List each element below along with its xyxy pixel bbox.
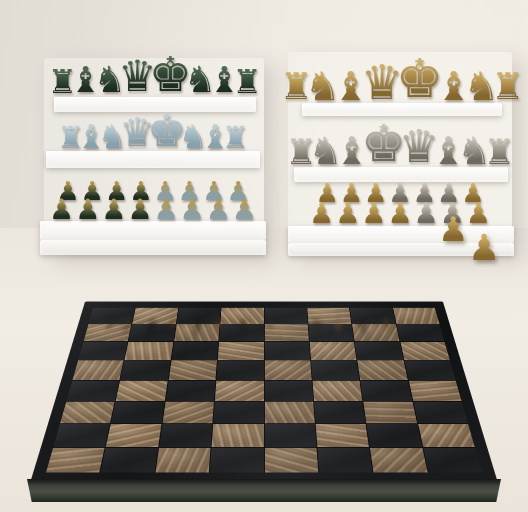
board-square-light[interactable] <box>307 308 351 324</box>
board-square-light[interactable] <box>264 401 314 423</box>
board-square-light[interactable] <box>162 401 214 423</box>
left-stand-dark-back-rank: ♜♝♞♛♚♞♝♜ <box>50 14 260 98</box>
piece-pewter-pawn[interactable]: ♟ <box>414 200 439 228</box>
piece-cycladic-dark-pawn[interactable]: ♟ <box>101 196 126 224</box>
board-square-dark[interactable] <box>111 401 164 423</box>
board-square-dark[interactable] <box>367 424 422 447</box>
board-square-light[interactable] <box>133 308 178 324</box>
board-square-light[interactable] <box>264 324 308 341</box>
board-side-edge <box>27 479 501 502</box>
board-square-dark[interactable] <box>121 361 171 380</box>
piece-brass-pawn[interactable]: ♟ <box>438 212 468 246</box>
board-square-light[interactable] <box>106 424 161 447</box>
board-grid <box>46 308 482 473</box>
board-square-dark[interactable] <box>89 308 136 324</box>
board-square-light[interactable] <box>358 361 408 380</box>
piece-cycladic-light-rook[interactable]: ♜ <box>222 123 249 153</box>
board-square-light[interactable] <box>116 380 168 400</box>
board-square-light[interactable] <box>370 448 427 473</box>
board-square-light[interactable] <box>264 448 318 473</box>
right-stand-pewter-back-rank: ♜♞♝♚♛♝♞♜ <box>292 96 508 170</box>
board-square-light[interactable] <box>418 424 475 447</box>
piece-pewter-rook[interactable]: ♜ <box>483 135 514 170</box>
board-square-dark[interactable] <box>171 342 218 360</box>
board-square-dark[interactable] <box>129 324 176 341</box>
board-square-dark[interactable] <box>423 448 482 473</box>
board-square-light[interactable] <box>352 324 399 341</box>
board-square-light[interactable] <box>73 361 124 380</box>
board-square-dark[interactable] <box>78 342 128 360</box>
piece-cycladic-dark-pawn[interactable]: ♟ <box>127 196 152 224</box>
piece-brass-pawn[interactable]: ♟ <box>309 200 334 228</box>
right-stand-brass-back-rank: ♜♞♝♛♚♝♞♜ <box>296 24 508 106</box>
piece-cycladic-dark-pawn[interactable]: ♟ <box>49 196 74 224</box>
board-square-dark[interactable] <box>159 424 213 447</box>
board-square-dark[interactable] <box>177 308 221 324</box>
board-square-dark[interactable] <box>360 380 412 400</box>
piece-brass-pawn[interactable]: ♟ <box>466 200 491 228</box>
board-square-dark[interactable] <box>311 361 359 380</box>
board-square-dark[interactable] <box>314 401 366 423</box>
left-stand-light-back-rank: ♜♝♞♛♚♞♝♜ <box>46 90 260 153</box>
board-square-light[interactable] <box>220 308 263 324</box>
left-stand-front-lip <box>40 240 266 255</box>
piece-brass-pawn[interactable]: ♟ <box>468 230 500 266</box>
board-square-dark[interactable] <box>317 448 372 473</box>
board-square-dark[interactable] <box>404 361 455 380</box>
board-square-light[interactable] <box>363 401 416 423</box>
board-square-dark[interactable] <box>264 308 307 324</box>
board-square-dark[interactable] <box>53 424 110 447</box>
board-square-light[interactable] <box>264 361 311 380</box>
board-square-dark[interactable] <box>396 324 444 341</box>
piece-cycladic-dark-pawn[interactable]: ♟ <box>75 196 100 224</box>
piece-brass-pawn[interactable]: ♟ <box>387 200 412 228</box>
board-square-dark[interactable] <box>219 324 263 341</box>
chess-board[interactable] <box>30 301 498 483</box>
board-square-dark[interactable] <box>210 448 264 473</box>
board-square-light[interactable] <box>408 380 461 400</box>
board-square-light[interactable] <box>218 342 264 360</box>
board-square-light[interactable] <box>393 308 440 324</box>
board-square-light[interactable] <box>155 448 210 473</box>
piece-brass-pawn[interactable]: ♟ <box>361 200 386 228</box>
photo-scene: ♜♝♞♛♚♞♝♜ ♜♝♞♛♚♞♝♜ ♟♟♟♟♟♟♟♟ ♟♟♟♟♟♟♟♟ ♜♞♝♛… <box>0 0 528 512</box>
board-square-dark[interactable] <box>264 380 313 400</box>
board-square-dark[interactable] <box>413 401 468 423</box>
piece-cycladic-light-pawn[interactable]: ♟ <box>206 196 231 224</box>
piece-cycladic-light-pawn[interactable]: ♟ <box>232 196 257 224</box>
board-square-light[interactable] <box>312 380 362 400</box>
piece-brass-pawn[interactable]: ♟ <box>335 200 360 228</box>
board-square-dark[interactable] <box>101 448 158 473</box>
board-square-dark[interactable] <box>264 342 310 360</box>
board-square-dark[interactable] <box>213 401 263 423</box>
board-square-dark[interactable] <box>350 308 395 324</box>
piece-cycladic-light-pawn[interactable]: ♟ <box>180 196 205 224</box>
board-square-light[interactable] <box>46 448 105 473</box>
board-square-light[interactable] <box>212 424 264 447</box>
piece-cycladic-light-pawn[interactable]: ♟ <box>154 196 179 224</box>
board-square-dark[interactable] <box>264 424 316 447</box>
board-square-dark[interactable] <box>67 380 120 400</box>
board-square-light[interactable] <box>400 342 450 360</box>
board-square-light[interactable] <box>84 324 132 341</box>
board-square-light[interactable] <box>125 342 173 360</box>
board-square-dark[interactable] <box>166 380 216 400</box>
board-square-light[interactable] <box>215 380 264 400</box>
board-square-light[interactable] <box>60 401 115 423</box>
board-square-light[interactable] <box>310 342 357 360</box>
board-square-light[interactable] <box>316 424 370 447</box>
board-square-dark[interactable] <box>355 342 403 360</box>
board-square-light[interactable] <box>174 324 220 341</box>
left-stand-pawns-front: ♟♟♟♟♟♟♟♟ <box>42 188 264 224</box>
board-square-dark[interactable] <box>216 361 263 380</box>
board-square-dark[interactable] <box>308 324 354 341</box>
board-square-light[interactable] <box>169 361 217 380</box>
right-stand-pawns-front: ♟♟♟♟♟♟♟ <box>288 192 512 228</box>
